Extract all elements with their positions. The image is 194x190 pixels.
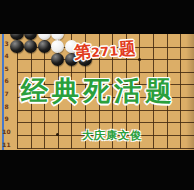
row-label: 7: [2, 90, 11, 97]
row-label: 10: [2, 128, 11, 135]
grid-line-v: [180, 34, 181, 149]
problem-number-overlay: 第271题: [73, 37, 136, 64]
problem-prefix-text: 第: [73, 41, 91, 62]
video-frame[interactable]: 34567891011 第271题 经典死活题 大庆康文俊: [0, 0, 194, 190]
row-label: 11: [2, 141, 11, 148]
row-label: 5: [2, 65, 11, 72]
row-label: 9: [2, 115, 11, 122]
star-point: [138, 58, 141, 61]
letterbox-bottom: [0, 150, 194, 190]
letterbox-top: [0, 0, 194, 34]
black-stone: [10, 40, 23, 53]
author-overlay: 大庆康文俊: [82, 128, 142, 143]
right-edge-shade: [186, 34, 194, 150]
title-overlay: 经典死活题: [21, 73, 176, 109]
row-label: 6: [2, 77, 11, 84]
black-stone: [51, 53, 64, 66]
problem-number-text: 271: [91, 43, 120, 60]
black-stone: [38, 40, 51, 53]
row-label: 8: [2, 103, 11, 110]
row-label: 4: [2, 52, 11, 59]
problem-suffix-text: 题: [118, 38, 136, 59]
